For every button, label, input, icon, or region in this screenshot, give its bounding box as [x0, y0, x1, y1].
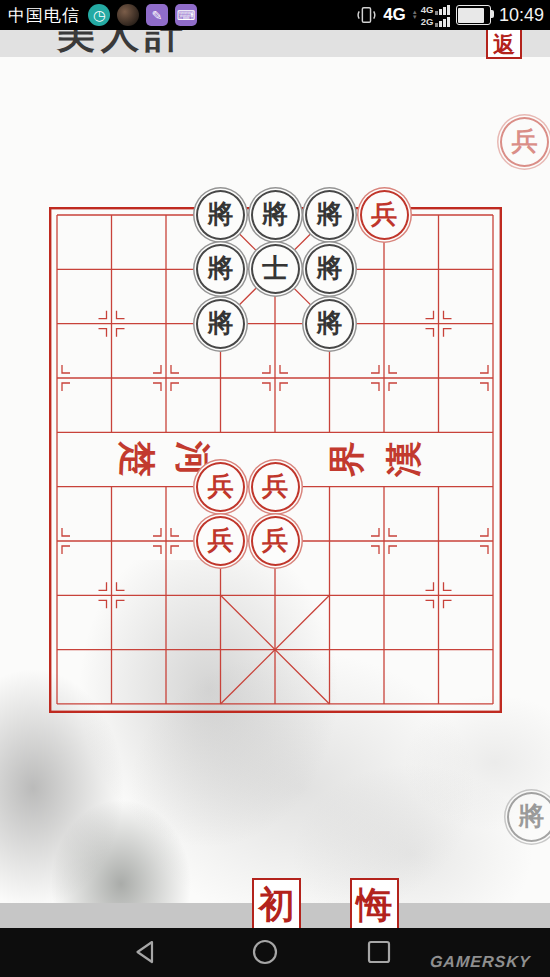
piece-black-將[interactable]: 將 [305, 190, 354, 240]
piece-black-將[interactable]: 將 [196, 244, 245, 294]
battery-icon [456, 5, 491, 25]
back-button[interactable]: 返 [486, 28, 522, 59]
undo-button[interactable]: 悔 [350, 878, 399, 932]
nav-back-icon[interactable] [132, 939, 158, 965]
restart-button[interactable]: 初 [252, 878, 301, 932]
keyboard-icon: ⌨ [175, 4, 197, 26]
piece-grid: 將將將兵將士將將將兵兵兵兵 [30, 188, 521, 731]
piece-red-兵[interactable]: 兵 [196, 516, 245, 566]
avatar-icon [117, 4, 139, 26]
vibrate-icon [355, 5, 377, 25]
xiangqi-board[interactable]: 楚 河 界 漢 將將將兵將士將將將兵兵兵兵 [49, 207, 502, 713]
piece-black-將[interactable]: 將 [251, 190, 300, 240]
piece-red-兵[interactable]: 兵 [251, 516, 300, 566]
signal-icon: 4G 2G [421, 4, 450, 27]
tray-piece-black-general[interactable]: 將 [507, 792, 550, 842]
app-screen: 中国电信 ◷ ✎ ⌨ 4G ▲▼ 4G 2G [0, 0, 550, 977]
piece-black-將[interactable]: 將 [196, 299, 245, 349]
nav-recents-icon[interactable] [366, 939, 392, 965]
level-title: 美人計 [57, 30, 189, 57]
piece-black-將[interactable]: 將 [305, 244, 354, 294]
clock-icon: ◷ [88, 4, 110, 26]
nav-home-icon[interactable] [252, 939, 278, 965]
status-bar: 中国电信 ◷ ✎ ⌨ 4G ▲▼ 4G 2G [0, 0, 550, 30]
carrier-label: 中国电信 [8, 4, 80, 27]
piece-black-將[interactable]: 將 [196, 190, 245, 240]
piece-black-士[interactable]: 士 [251, 244, 300, 294]
piece-black-將[interactable]: 將 [305, 299, 354, 349]
title-bar: 美人計 [0, 30, 550, 57]
tray-piece-red-soldier[interactable]: 兵 [500, 117, 549, 167]
compose-icon: ✎ [146, 4, 168, 26]
piece-red-兵[interactable]: 兵 [360, 190, 409, 240]
gamersky-watermark: GAMERSKY [429, 953, 531, 971]
data-arrows-icon: ▲▼ [412, 10, 418, 20]
piece-red-兵[interactable]: 兵 [196, 462, 245, 512]
network-badge: 4G [383, 5, 406, 25]
android-nav-bar: GAMERSKY [0, 928, 550, 977]
piece-red-兵[interactable]: 兵 [251, 462, 300, 512]
status-time: 10:49 [499, 5, 544, 26]
